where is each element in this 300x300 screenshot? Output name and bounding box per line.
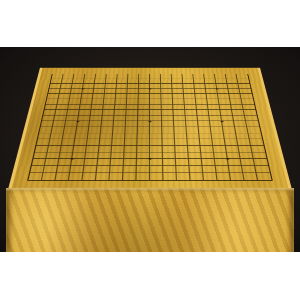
grid-cell: [71, 159, 85, 166]
grid-cell: [255, 166, 270, 173]
grid-cell: [257, 173, 272, 180]
grid-cell: [150, 152, 163, 159]
star-point: [149, 88, 152, 89]
grid-cell: [163, 166, 176, 173]
grid-cell: [57, 166, 71, 173]
grid-cell: [97, 166, 111, 173]
grid-cell: [124, 159, 137, 166]
grid-cell: [217, 173, 231, 180]
grid-cell: [137, 159, 150, 166]
grid-cell: [189, 159, 203, 166]
grid-cell: [177, 173, 191, 180]
go-grid: [27, 74, 273, 181]
grid-cell: [150, 173, 164, 180]
grid-cell: [83, 166, 97, 173]
grid-cell: [82, 173, 96, 180]
board-front-face: [6, 188, 294, 252]
grid-cell: [163, 173, 177, 180]
grid-cell: [109, 173, 123, 180]
grid-cell: [190, 173, 204, 180]
grid-cell: [124, 152, 137, 159]
grid-cell: [97, 159, 111, 166]
grid-cell: [176, 152, 189, 159]
grid-cell: [176, 159, 189, 166]
grid-cell: [230, 173, 245, 180]
grid-cell: [111, 159, 124, 166]
grid-cell: [188, 152, 201, 159]
grid-cell: [98, 152, 111, 159]
grid-cell: [189, 166, 203, 173]
grid-cell: [150, 159, 163, 166]
grid-cell: [228, 159, 242, 166]
grid-cell: [58, 159, 72, 166]
grid-cell: [201, 152, 215, 159]
grid-cell: [252, 152, 266, 159]
star-point: [216, 88, 219, 89]
grid-cell: [123, 173, 137, 180]
grid-cell: [110, 166, 124, 173]
photo-background: [0, 47, 300, 252]
grid-cell: [216, 166, 230, 173]
grid-cell: [203, 166, 217, 173]
grid-cell: [70, 166, 84, 173]
grid-cell: [150, 166, 163, 173]
grid-cell: [55, 173, 70, 180]
star-point: [220, 121, 223, 123]
star-point: [148, 121, 151, 123]
grid-cell: [123, 166, 136, 173]
grid-cell: [84, 159, 98, 166]
grid-cell: [203, 173, 217, 180]
grid-cell: [136, 173, 150, 180]
grid-cell: [229, 166, 243, 173]
grid-cell: [163, 152, 176, 159]
grid-cell: [215, 159, 229, 166]
grid-cell: [111, 152, 124, 159]
star-point: [226, 158, 230, 160]
grid-cell: [254, 159, 269, 166]
grid-cell: [202, 159, 216, 166]
grid-cell: [163, 159, 176, 166]
grid-cell: [69, 173, 83, 180]
grid-cell: [72, 152, 86, 159]
grid-cell: [96, 173, 110, 180]
grid-cell: [85, 152, 99, 159]
star-point: [148, 158, 151, 160]
go-board-top-face: [8, 68, 292, 190]
grid-cell: [137, 166, 150, 173]
grid-cell: [176, 166, 190, 173]
